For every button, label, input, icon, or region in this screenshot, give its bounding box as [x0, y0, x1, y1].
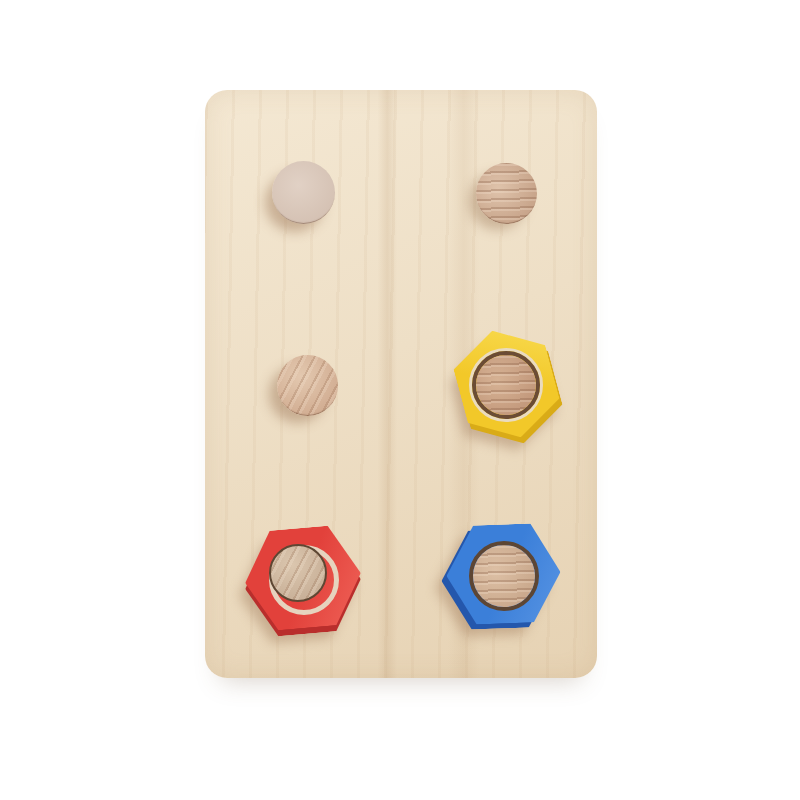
- peg-middle-left-wrap: [277, 355, 338, 416]
- nut-yellow: [436, 314, 576, 454]
- peg-top-left: [272, 161, 335, 224]
- nut-blue-peg-top: [473, 545, 535, 607]
- nut-blue-wrap: [433, 504, 573, 644]
- nut-yellow-peg-top: [476, 355, 536, 415]
- board-cell-r2c0: [205, 482, 401, 678]
- nut-red: [233, 508, 373, 648]
- board-cell-r0c1: [401, 90, 597, 286]
- board-cell-r1c1: [401, 286, 597, 482]
- peg-top-right: [476, 163, 537, 224]
- board-cell-r0c0: [205, 90, 401, 286]
- nut-blue: [433, 504, 573, 644]
- nut-red-peg-top: [269, 544, 327, 602]
- board-cell-r2c1: [401, 482, 597, 678]
- nut-yellow-wrap: [436, 314, 576, 454]
- peg-top-right-wrap: [476, 163, 537, 224]
- board-cell-r1c0: [205, 286, 401, 482]
- product-photo-scene: [0, 0, 800, 800]
- peg-top-left-wrap: [272, 161, 335, 224]
- wooden-board: [205, 90, 597, 678]
- nut-red-wrap: [233, 508, 373, 648]
- peg-middle-left: [277, 355, 338, 416]
